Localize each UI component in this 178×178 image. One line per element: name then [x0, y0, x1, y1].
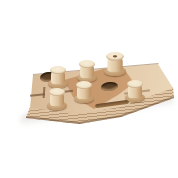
scene — [0, 0, 178, 178]
peg-cap — [49, 88, 65, 96]
peg-cell-r1c0 — [40, 80, 73, 105]
wooden-peg[interactable] — [47, 88, 67, 110]
peg-hole — [112, 55, 116, 57]
peg-cap — [50, 66, 66, 74]
wooden-peg[interactable] — [125, 80, 145, 102]
wooden-peg[interactable] — [104, 52, 126, 76]
peg-cell-r0c1 — [73, 55, 106, 80]
peg-cell-r1c1 — [73, 80, 106, 105]
peg-cell-r1c2 — [107, 80, 140, 105]
wooden-peg[interactable] — [74, 81, 94, 103]
peg-cell-r0c2 — [107, 55, 140, 80]
peg-grid — [40, 55, 140, 105]
peg-cap — [127, 80, 143, 88]
puzzle-board — [0, 0, 178, 178]
wooden-peg[interactable] — [77, 60, 97, 82]
peg-cell-r0c0 — [40, 55, 73, 80]
